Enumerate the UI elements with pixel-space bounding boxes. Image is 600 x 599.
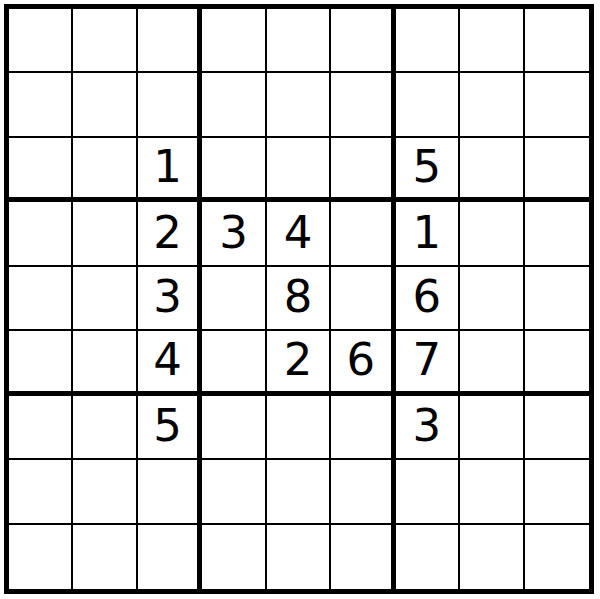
cell-r3c2[interactable]: [73, 138, 137, 202]
cell-r7c7[interactable]: 3: [396, 396, 460, 460]
cell-r6c6[interactable]: 6: [331, 331, 395, 395]
cell-r1c4[interactable]: [202, 9, 266, 73]
given-digit: 6: [347, 337, 376, 382]
cell-r7c9[interactable]: [525, 396, 589, 460]
cell-r9c2[interactable]: [73, 525, 137, 589]
cell-r9c3[interactable]: [138, 525, 202, 589]
cell-r8c3[interactable]: [138, 460, 202, 524]
cell-r4c7[interactable]: 1: [396, 202, 460, 266]
cell-r3c6[interactable]: [331, 138, 395, 202]
cell-r7c1[interactable]: [9, 396, 73, 460]
given-digit: 8: [284, 274, 313, 319]
given-digit: 4: [284, 210, 313, 255]
cell-r9c6[interactable]: [331, 525, 395, 589]
cell-r1c3[interactable]: [138, 9, 202, 73]
cell-r2c3[interactable]: [138, 73, 202, 137]
cell-r2c4[interactable]: [202, 73, 266, 137]
cell-r8c7[interactable]: [396, 460, 460, 524]
cell-r3c4[interactable]: [202, 138, 266, 202]
cell-r2c2[interactable]: [73, 73, 137, 137]
cell-r5c7[interactable]: 6: [396, 267, 460, 331]
cell-r6c1[interactable]: [9, 331, 73, 395]
cell-r7c4[interactable]: [202, 396, 266, 460]
cell-r8c1[interactable]: [9, 460, 73, 524]
cell-r4c4[interactable]: 3: [202, 202, 266, 266]
cell-r2c1[interactable]: [9, 73, 73, 137]
cell-r4c2[interactable]: [73, 202, 137, 266]
cell-r8c9[interactable]: [525, 460, 589, 524]
cell-r6c3[interactable]: 4: [138, 331, 202, 395]
cell-r8c6[interactable]: [331, 460, 395, 524]
cell-r4c3[interactable]: 2: [138, 202, 202, 266]
cell-r6c7[interactable]: 7: [396, 331, 460, 395]
cell-r6c8[interactable]: [460, 331, 524, 395]
cell-r5c6[interactable]: [331, 267, 395, 331]
cell-r5c2[interactable]: [73, 267, 137, 331]
given-digit: 6: [413, 274, 442, 319]
cell-r2c6[interactable]: [331, 73, 395, 137]
cell-r1c9[interactable]: [525, 9, 589, 73]
given-digit: 3: [413, 403, 442, 448]
given-digit: 3: [219, 210, 248, 255]
given-digit: 4: [153, 337, 182, 382]
cell-r7c5[interactable]: [267, 396, 331, 460]
cell-r4c8[interactable]: [460, 202, 524, 266]
cell-r5c3[interactable]: 3: [138, 267, 202, 331]
cell-r6c5[interactable]: 2: [267, 331, 331, 395]
cell-r2c9[interactable]: [525, 73, 589, 137]
cell-r1c7[interactable]: [396, 9, 460, 73]
given-digit: 1: [153, 144, 182, 189]
cell-r4c1[interactable]: [9, 202, 73, 266]
sudoku-grid: 152341386426753: [4, 4, 594, 594]
cell-r9c8[interactable]: [460, 525, 524, 589]
cell-r1c5[interactable]: [267, 9, 331, 73]
cell-r5c1[interactable]: [9, 267, 73, 331]
given-digit: 1: [413, 210, 442, 255]
given-digit: 3: [153, 274, 182, 319]
cell-r6c4[interactable]: [202, 331, 266, 395]
cell-r8c5[interactable]: [267, 460, 331, 524]
cell-r9c5[interactable]: [267, 525, 331, 589]
cell-r1c2[interactable]: [73, 9, 137, 73]
cell-r3c5[interactable]: [267, 138, 331, 202]
cell-r9c4[interactable]: [202, 525, 266, 589]
given-digit: 2: [153, 210, 182, 255]
cell-r3c9[interactable]: [525, 138, 589, 202]
cell-r7c8[interactable]: [460, 396, 524, 460]
cell-r1c6[interactable]: [331, 9, 395, 73]
given-digit: 5: [413, 144, 442, 189]
cell-r3c3[interactable]: 1: [138, 138, 202, 202]
sudoku-board-wrapper: 152341386426753: [4, 4, 594, 594]
cell-r1c1[interactable]: [9, 9, 73, 73]
cell-r5c4[interactable]: [202, 267, 266, 331]
cell-r9c1[interactable]: [9, 525, 73, 589]
cell-r9c9[interactable]: [525, 525, 589, 589]
cell-r1c8[interactable]: [460, 9, 524, 73]
cell-r6c9[interactable]: [525, 331, 589, 395]
cell-r3c7[interactable]: 5: [396, 138, 460, 202]
cell-r6c2[interactable]: [73, 331, 137, 395]
given-digit: 2: [284, 337, 313, 382]
cell-r8c8[interactable]: [460, 460, 524, 524]
cell-r7c3[interactable]: 5: [138, 396, 202, 460]
cell-r3c1[interactable]: [9, 138, 73, 202]
cell-r7c6[interactable]: [331, 396, 395, 460]
cell-r5c8[interactable]: [460, 267, 524, 331]
cell-r5c9[interactable]: [525, 267, 589, 331]
cell-r8c2[interactable]: [73, 460, 137, 524]
cell-r2c8[interactable]: [460, 73, 524, 137]
cell-r9c7[interactable]: [396, 525, 460, 589]
cell-r4c5[interactable]: 4: [267, 202, 331, 266]
cell-r5c5[interactable]: 8: [267, 267, 331, 331]
cell-r8c4[interactable]: [202, 460, 266, 524]
cell-r4c9[interactable]: [525, 202, 589, 266]
given-digit: 5: [153, 403, 182, 448]
cell-r7c2[interactable]: [73, 396, 137, 460]
cell-r2c5[interactable]: [267, 73, 331, 137]
cell-r2c7[interactable]: [396, 73, 460, 137]
cell-r4c6[interactable]: [331, 202, 395, 266]
given-digit: 7: [413, 337, 442, 382]
cell-r3c8[interactable]: [460, 138, 524, 202]
